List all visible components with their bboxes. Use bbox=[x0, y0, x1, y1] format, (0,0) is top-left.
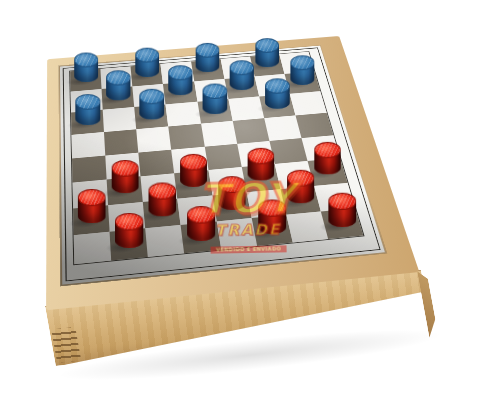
red-piece[interactable] bbox=[187, 206, 215, 241]
blue-piece[interactable] bbox=[230, 60, 254, 90]
square-r3c1 bbox=[104, 129, 138, 155]
piece-top bbox=[203, 83, 228, 98]
square-r2c0 bbox=[71, 110, 104, 135]
square-r2c7 bbox=[290, 91, 327, 115]
red-piece[interactable] bbox=[218, 176, 246, 210]
red-piece[interactable] bbox=[180, 154, 207, 187]
blue-piece[interactable] bbox=[196, 43, 220, 72]
red-piece[interactable] bbox=[248, 148, 275, 181]
square-r7c3 bbox=[181, 222, 221, 253]
red-piece[interactable] bbox=[315, 142, 342, 175]
square-r4c4 bbox=[204, 143, 241, 170]
piece-top bbox=[187, 206, 215, 223]
blue-piece[interactable] bbox=[168, 65, 192, 95]
piece-top bbox=[265, 78, 290, 93]
red-piece[interactable] bbox=[287, 170, 314, 204]
piece-top bbox=[74, 53, 98, 68]
blue-piece[interactable] bbox=[75, 94, 100, 125]
piece-top bbox=[218, 176, 246, 193]
square-r7c7 bbox=[321, 208, 363, 239]
square-r6c0 bbox=[73, 205, 110, 235]
square-r5c1 bbox=[107, 176, 143, 205]
piece-top bbox=[258, 199, 286, 216]
blue-piece[interactable] bbox=[135, 48, 159, 77]
red-piece[interactable] bbox=[115, 213, 144, 248]
board-sheet bbox=[59, 45, 386, 286]
box-finger-joints bbox=[51, 327, 81, 363]
square-r7c1 bbox=[110, 229, 148, 261]
red-piece[interactable] bbox=[148, 183, 176, 217]
square-r0c2 bbox=[131, 64, 164, 86]
blue-piece[interactable] bbox=[256, 38, 280, 67]
piece-top bbox=[139, 89, 164, 104]
square-r2c2 bbox=[134, 105, 168, 130]
square-r2c5 bbox=[228, 97, 264, 121]
square-r1c5 bbox=[224, 76, 259, 99]
red-piece[interactable] bbox=[77, 189, 105, 223]
square-r0c4 bbox=[191, 59, 225, 81]
square-r6c4 bbox=[212, 192, 251, 222]
piece-top bbox=[115, 213, 144, 231]
blue-piece[interactable] bbox=[291, 55, 315, 85]
square-r4c2 bbox=[139, 149, 175, 176]
square-r3c7 bbox=[295, 113, 333, 138]
blue-piece[interactable] bbox=[203, 83, 228, 114]
red-piece[interactable] bbox=[329, 192, 357, 226]
square-r5c5 bbox=[241, 164, 280, 192]
square-r3c5 bbox=[232, 118, 269, 143]
piece-top bbox=[168, 65, 192, 80]
blue-piece[interactable] bbox=[106, 70, 131, 100]
piece-top bbox=[77, 189, 105, 206]
product-photo: TOY TRADE VENDIDO E ENVIADO bbox=[0, 0, 500, 419]
square-r7c5 bbox=[251, 215, 292, 246]
piece-top bbox=[329, 192, 357, 209]
red-piece[interactable] bbox=[111, 160, 138, 193]
square-r2c4 bbox=[197, 99, 232, 123]
blue-piece[interactable] bbox=[265, 78, 290, 108]
piece-top bbox=[135, 48, 159, 63]
piece-top bbox=[75, 94, 100, 110]
piece-top bbox=[106, 70, 131, 85]
wooden-box-top bbox=[46, 36, 419, 310]
square-r1c3 bbox=[163, 81, 197, 104]
red-piece[interactable] bbox=[258, 199, 286, 234]
square-r5c3 bbox=[174, 170, 212, 198]
piece-top bbox=[230, 60, 254, 75]
blue-piece[interactable] bbox=[74, 53, 98, 83]
piece-top bbox=[148, 183, 176, 200]
square-r4c6 bbox=[269, 138, 307, 164]
square-r2c6 bbox=[259, 94, 295, 118]
square-r6c2 bbox=[143, 199, 181, 229]
blue-piece[interactable] bbox=[139, 89, 164, 120]
square-r0c0 bbox=[70, 69, 102, 92]
